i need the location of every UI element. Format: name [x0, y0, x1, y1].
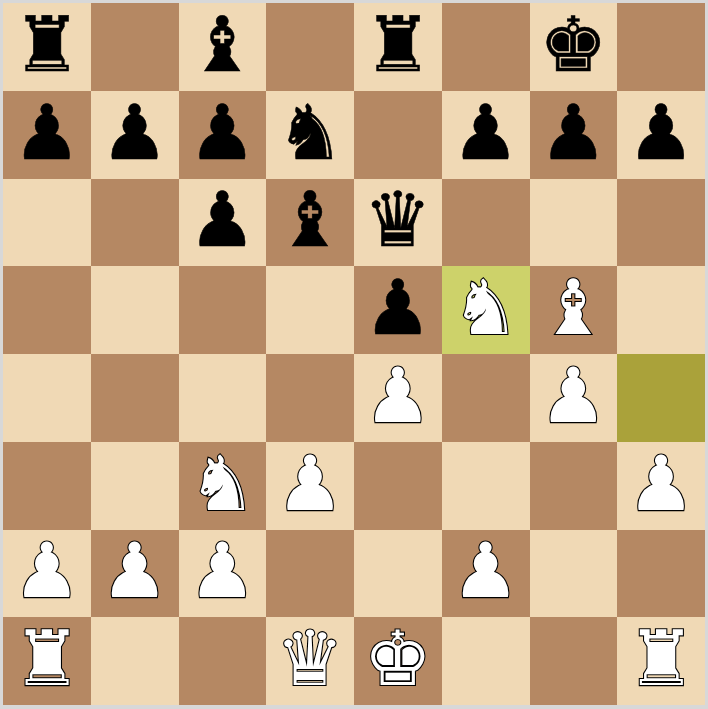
piece-white-pawn[interactable]: ♟: [188, 530, 256, 616]
square-a5[interactable]: [3, 266, 91, 354]
square-f4[interactable]: [442, 354, 530, 442]
piece-white-king[interactable]: ♚: [364, 617, 432, 703]
piece-white-pawn[interactable]: ♟: [627, 442, 695, 528]
square-g3[interactable]: [530, 442, 618, 530]
piece-black-pawn[interactable]: ♟: [188, 179, 256, 265]
square-h4[interactable]: [617, 354, 705, 442]
square-h2[interactable]: [617, 530, 705, 618]
square-c5[interactable]: [179, 266, 267, 354]
square-b4[interactable]: [91, 354, 179, 442]
square-b1[interactable]: [91, 617, 179, 705]
square-d4[interactable]: [266, 354, 354, 442]
square-d6[interactable]: ♝: [266, 179, 354, 267]
square-g8[interactable]: ♚: [530, 3, 618, 91]
square-c6[interactable]: ♟: [179, 179, 267, 267]
square-e4[interactable]: ♟: [354, 354, 442, 442]
piece-white-rook[interactable]: ♜: [13, 617, 81, 703]
piece-black-bishop[interactable]: ♝: [276, 179, 344, 265]
square-d3[interactable]: ♟: [266, 442, 354, 530]
piece-black-king[interactable]: ♚: [539, 3, 607, 89]
piece-white-rook[interactable]: ♜: [627, 617, 695, 703]
square-e8[interactable]: ♜: [354, 3, 442, 91]
square-c3[interactable]: ♞: [179, 442, 267, 530]
piece-white-pawn[interactable]: ♟: [101, 530, 169, 616]
square-a2[interactable]: ♟: [3, 530, 91, 618]
square-f5[interactable]: ♞: [442, 266, 530, 354]
square-g4[interactable]: ♟: [530, 354, 618, 442]
square-e6[interactable]: ♛: [354, 179, 442, 267]
piece-white-pawn[interactable]: ♟: [276, 442, 344, 528]
square-a4[interactable]: [3, 354, 91, 442]
square-g6[interactable]: [530, 179, 618, 267]
piece-white-knight[interactable]: ♞: [188, 442, 256, 528]
piece-white-queen[interactable]: ♛: [276, 617, 344, 703]
square-h7[interactable]: ♟: [617, 91, 705, 179]
square-b3[interactable]: [91, 442, 179, 530]
piece-white-pawn[interactable]: ♟: [539, 354, 607, 440]
square-a3[interactable]: [3, 442, 91, 530]
chess-board: ♜♝♜♚♟♟♟♞♟♟♟♟♝♛♟♞♝♟♟♞♟♟♟♟♟♟♜♛♚♜: [3, 3, 705, 705]
square-d1[interactable]: ♛: [266, 617, 354, 705]
piece-black-queen[interactable]: ♛: [364, 179, 432, 265]
square-e1[interactable]: ♚: [354, 617, 442, 705]
square-d7[interactable]: ♞: [266, 91, 354, 179]
piece-white-pawn[interactable]: ♟: [364, 354, 432, 440]
square-a6[interactable]: [3, 179, 91, 267]
square-f1[interactable]: [442, 617, 530, 705]
square-f2[interactable]: ♟: [442, 530, 530, 618]
square-d2[interactable]: [266, 530, 354, 618]
piece-black-knight[interactable]: ♞: [276, 91, 344, 177]
piece-white-pawn[interactable]: ♟: [452, 530, 520, 616]
square-c7[interactable]: ♟: [179, 91, 267, 179]
square-d5[interactable]: [266, 266, 354, 354]
square-h1[interactable]: ♜: [617, 617, 705, 705]
square-b2[interactable]: ♟: [91, 530, 179, 618]
square-a1[interactable]: ♜: [3, 617, 91, 705]
square-e7[interactable]: [354, 91, 442, 179]
square-e3[interactable]: [354, 442, 442, 530]
square-h3[interactable]: ♟: [617, 442, 705, 530]
square-c1[interactable]: [179, 617, 267, 705]
piece-black-pawn[interactable]: ♟: [101, 91, 169, 177]
piece-black-pawn[interactable]: ♟: [188, 91, 256, 177]
piece-black-pawn[interactable]: ♟: [627, 91, 695, 177]
square-g5[interactable]: ♝: [530, 266, 618, 354]
square-b8[interactable]: [91, 3, 179, 91]
piece-white-pawn[interactable]: ♟: [13, 530, 81, 616]
square-b6[interactable]: [91, 179, 179, 267]
piece-black-pawn[interactable]: ♟: [539, 91, 607, 177]
square-f6[interactable]: [442, 179, 530, 267]
square-e2[interactable]: [354, 530, 442, 618]
piece-white-bishop[interactable]: ♝: [539, 266, 607, 352]
square-d8[interactable]: [266, 3, 354, 91]
piece-black-rook[interactable]: ♜: [364, 3, 432, 89]
square-c4[interactable]: [179, 354, 267, 442]
square-h5[interactable]: [617, 266, 705, 354]
square-f7[interactable]: ♟: [442, 91, 530, 179]
piece-black-pawn[interactable]: ♟: [364, 266, 432, 352]
square-c2[interactable]: ♟: [179, 530, 267, 618]
square-a7[interactable]: ♟: [3, 91, 91, 179]
square-a8[interactable]: ♜: [3, 3, 91, 91]
square-b5[interactable]: [91, 266, 179, 354]
square-g2[interactable]: [530, 530, 618, 618]
square-b7[interactable]: ♟: [91, 91, 179, 179]
square-g7[interactable]: ♟: [530, 91, 618, 179]
piece-black-pawn[interactable]: ♟: [13, 91, 81, 177]
square-f8[interactable]: [442, 3, 530, 91]
square-e5[interactable]: ♟: [354, 266, 442, 354]
square-c8[interactable]: ♝: [179, 3, 267, 91]
piece-white-knight[interactable]: ♞: [452, 266, 520, 352]
square-h6[interactable]: [617, 179, 705, 267]
piece-black-bishop[interactable]: ♝: [188, 3, 256, 89]
square-h8[interactable]: [617, 3, 705, 91]
square-g1[interactable]: [530, 617, 618, 705]
piece-black-rook[interactable]: ♜: [13, 3, 81, 89]
piece-black-pawn[interactable]: ♟: [452, 91, 520, 177]
square-f3[interactable]: [442, 442, 530, 530]
